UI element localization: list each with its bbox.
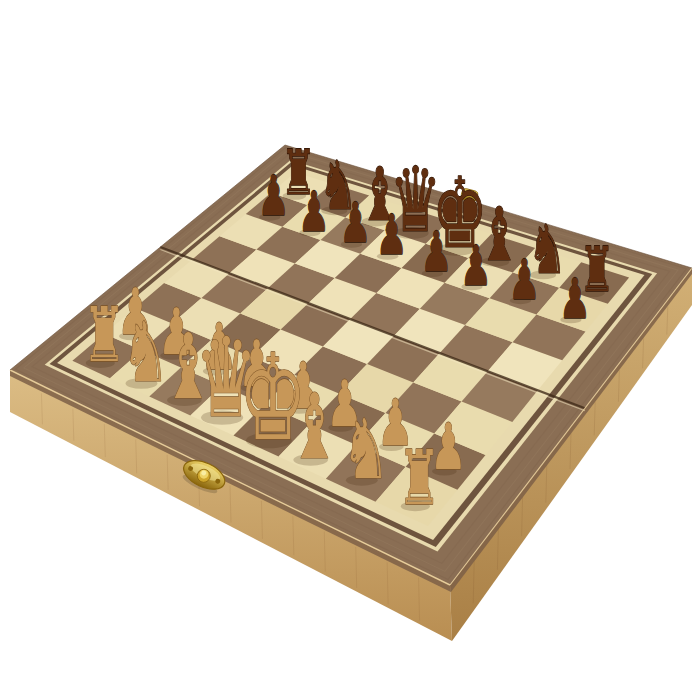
piece-black-pawn-f7: ♟: [460, 233, 492, 297]
piece-white-knight-g1: ♞: [342, 401, 390, 498]
piece-black-pawn-g7: ♟: [509, 247, 541, 311]
piece-white-rook-a1: ♜: [83, 291, 126, 379]
piece-black-pawn-c7: ♟: [340, 191, 372, 255]
piece-black-pawn-e7: ♟: [420, 220, 452, 284]
piece-black-pawn-b7: ♟: [298, 179, 330, 243]
product-photo-stage: ♜♞♟♝♟♛♟♚♟♝♟♞♟♜♟♟♟♟♜♟♞♟♝♟♛♟♚♟♝♟♞♜: [0, 0, 700, 700]
piece-black-pawn-a7: ♟: [258, 164, 290, 228]
piece-white-rook-h1: ♜: [398, 434, 441, 522]
chess-set-scene: ♜♞♟♝♟♛♟♚♟♝♟♞♟♜♟♟♟♟♜♟♞♟♝♟♛♟♚♟♝♟♞♜: [0, 0, 700, 700]
piece-white-bishop-f1: ♝: [289, 374, 341, 479]
piece-black-pawn-h7: ♟: [559, 266, 591, 330]
piece-black-pawn-d7: ♟: [376, 203, 408, 267]
